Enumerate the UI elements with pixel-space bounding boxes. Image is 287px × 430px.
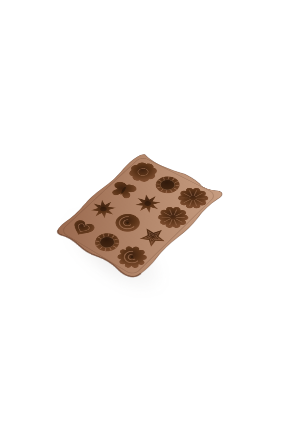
- product-photo: [0, 0, 287, 430]
